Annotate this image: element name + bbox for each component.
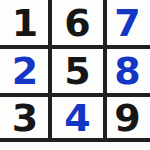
- cell-digit: 9: [114, 99, 140, 137]
- cell-digit: 4: [64, 99, 90, 137]
- grid-line-vertical-2: [103, 0, 107, 142]
- cell-digit: 6: [64, 4, 90, 42]
- cell-digit: 5: [64, 52, 90, 90]
- cell-digit: 3: [12, 99, 38, 137]
- sudoku-cell-r3c2[interactable]: 4: [50, 96, 105, 141]
- cell-digit: 2: [12, 52, 38, 90]
- sudoku-cell-r1c1[interactable]: 1: [0, 0, 50, 47]
- sudoku-cell-r3c3[interactable]: 9: [105, 96, 150, 141]
- grid-line-vertical-1: [48, 0, 52, 142]
- sudoku-board: 1 6 7 2 5 8 3 4 9: [0, 0, 150, 150]
- sudoku-cell-grid: 1 6 7 2 5 8 3 4 9: [0, 0, 150, 141]
- sudoku-cell-r2c3[interactable]: 8: [105, 47, 150, 96]
- sudoku-cell-r3c1[interactable]: 3: [0, 96, 50, 141]
- cell-digit: 1: [12, 4, 38, 42]
- cell-digit: 7: [114, 4, 140, 42]
- sudoku-cell-r2c1[interactable]: 2: [0, 47, 50, 96]
- grid-line-horizontal-1: [0, 45, 150, 49]
- cell-digit: 8: [114, 52, 140, 90]
- grid-line-horizontal-2: [0, 93, 150, 97]
- sudoku-cell-r2c2[interactable]: 5: [50, 47, 105, 96]
- grid-line-horizontal-3: [0, 138, 150, 142]
- sudoku-cell-r1c2[interactable]: 6: [50, 0, 105, 47]
- sudoku-cell-r1c3[interactable]: 7: [105, 0, 150, 47]
